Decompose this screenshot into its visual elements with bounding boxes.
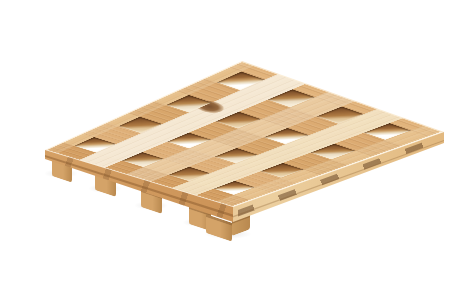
wooden-pallet-photo — [0, 0, 450, 300]
